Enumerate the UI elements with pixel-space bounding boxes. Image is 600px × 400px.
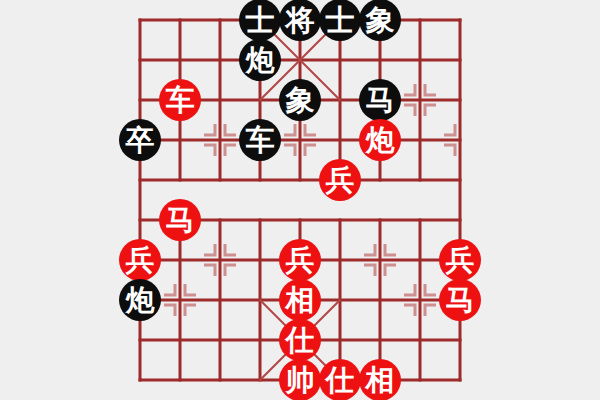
red-pawn[interactable]: 兵 <box>439 239 481 281</box>
red-chariot[interactable]: 车 <box>159 79 201 121</box>
black-cannon[interactable]: 炮 <box>119 279 161 321</box>
red-elephant[interactable]: 相 <box>279 279 321 321</box>
black-elephant[interactable]: 象 <box>279 79 321 121</box>
black-general[interactable]: 将 <box>279 0 321 41</box>
red-pawn[interactable]: 兵 <box>119 239 161 281</box>
black-advisor[interactable]: 士 <box>319 0 361 41</box>
black-horse[interactable]: 马 <box>359 79 401 121</box>
red-horse[interactable]: 马 <box>439 279 481 321</box>
red-general[interactable]: 帅 <box>279 359 321 400</box>
black-elephant[interactable]: 象 <box>359 0 401 41</box>
black-pawn[interactable]: 卒 <box>119 119 161 161</box>
red-pawn[interactable]: 兵 <box>279 239 321 281</box>
red-advisor[interactable]: 仕 <box>279 319 321 361</box>
red-horse[interactable]: 马 <box>159 199 201 241</box>
red-advisor[interactable]: 仕 <box>319 359 361 400</box>
black-advisor[interactable]: 士 <box>239 0 281 41</box>
black-chariot[interactable]: 车 <box>239 119 281 161</box>
red-cannon[interactable]: 炮 <box>359 119 401 161</box>
red-elephant[interactable]: 相 <box>359 359 401 400</box>
pieces-layer: 士将士象炮车象马卒车炮兵马兵兵兵炮相马仕帅仕相 <box>120 0 480 400</box>
red-pawn[interactable]: 兵 <box>319 159 361 201</box>
black-cannon[interactable]: 炮 <box>239 39 281 81</box>
xiangqi-board[interactable]: 士将士象炮车象马卒车炮兵马兵兵兵炮相马仕帅仕相 <box>0 0 600 400</box>
